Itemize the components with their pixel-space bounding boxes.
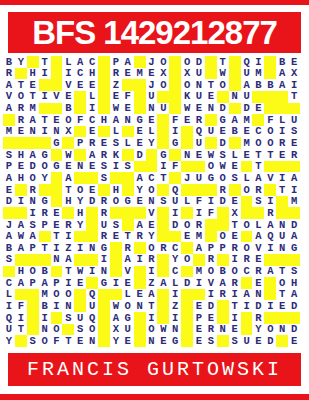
grid-cell-letter: R: [27, 184, 39, 196]
grid-cell-letter: I: [27, 207, 39, 219]
grid-cell-letter: N: [51, 254, 63, 266]
grid-cell-letter: B: [3, 242, 15, 254]
grid-cell-letter: T: [264, 149, 276, 161]
grid-cell-blank: [264, 289, 276, 301]
grid-cell-blank: [134, 161, 146, 173]
grid-cell-letter: N: [62, 300, 74, 312]
grid-cell-blank: [98, 335, 110, 347]
grid-cell-letter: A: [193, 242, 205, 254]
grid-cell-letter: V: [51, 91, 63, 103]
grid-cell-blank: [181, 184, 193, 196]
grid-cell-letter: O: [217, 79, 229, 91]
grid-cell-blank: [134, 266, 146, 278]
grid-cell-letter: Y: [252, 324, 264, 336]
grid-cell-letter: F: [205, 207, 217, 219]
grid-cell-letter: O: [264, 324, 276, 336]
grid-cell-letter: U: [241, 335, 253, 347]
grid-cell-letter: I: [110, 161, 122, 173]
grid-cell-letter: T: [62, 335, 74, 347]
grid-cell-letter: I: [62, 231, 74, 243]
grid-cell-blank: [217, 91, 229, 103]
grid-cell-blank: [276, 91, 288, 103]
grid-cell-blank: [62, 137, 74, 149]
grid-cell-blank: [51, 103, 63, 115]
grid-cell-letter: A: [62, 254, 74, 266]
grid-cell-letter: N: [276, 242, 288, 254]
grid-cell-blank: [86, 254, 98, 266]
grid-cell-letter: N: [169, 324, 181, 336]
grid-cell-letter: M: [193, 266, 205, 278]
grid-cell-letter: I: [39, 126, 51, 138]
grid-cell-letter: R: [98, 149, 110, 161]
grid-cell-letter: O: [217, 172, 229, 184]
grid-cell-letter: N: [205, 103, 217, 115]
grid-cell-letter: R: [134, 231, 146, 243]
grid-cell-blank: [98, 68, 110, 80]
grid-cell-blank: [51, 184, 63, 196]
grid-cell-letter: U: [146, 91, 158, 103]
grid-cell-letter: J: [181, 172, 193, 184]
grid-cell-letter: E: [86, 161, 98, 173]
grid-cell-blank: [98, 289, 110, 301]
grid-cell-blank: [27, 56, 39, 68]
grid-cell-letter: M: [288, 196, 300, 208]
grid-cell-blank: [169, 91, 181, 103]
grid-cell-letter: D: [27, 161, 39, 173]
grid-cell-letter: U: [241, 91, 253, 103]
grid-cell-blank: [146, 161, 158, 173]
grid-cell-letter: S: [110, 137, 122, 149]
grid-cell-blank: [288, 207, 300, 219]
grid-cell-letter: T: [39, 56, 51, 68]
grid-cell-blank: [193, 184, 205, 196]
grid-cell-blank: [15, 289, 27, 301]
grid-cell-letter: N: [229, 91, 241, 103]
grid-cell-letter: Q: [241, 56, 253, 68]
grid-cell-blank: [15, 68, 27, 80]
grid-cell-letter: S: [3, 149, 15, 161]
grid-cell-letter: I: [252, 56, 264, 68]
grid-cell-letter: S: [288, 126, 300, 138]
grid-cell-blank: [229, 79, 241, 91]
grid-cell-letter: O: [15, 91, 27, 103]
grid-cell-letter: I: [157, 161, 169, 173]
grid-cell-letter: U: [157, 103, 169, 115]
grid-cell-letter: N: [86, 335, 98, 347]
grid-cell-letter: N: [217, 324, 229, 336]
grid-cell-blank: [146, 149, 158, 161]
grid-cell-letter: R: [276, 137, 288, 149]
grid-cell-letter: W: [205, 149, 217, 161]
grid-cell-blank: [74, 103, 86, 115]
grid-cell-letter: S: [74, 324, 86, 336]
grid-cell-letter: I: [205, 196, 217, 208]
grid-cell-letter: R: [146, 254, 158, 266]
grid-cell-letter: Y: [146, 231, 158, 243]
grid-cell-letter: A: [241, 289, 253, 301]
grid-cell-blank: [86, 207, 98, 219]
grid-cell-blank: [86, 277, 98, 289]
grid-cell-letter: L: [122, 137, 134, 149]
grid-cell-letter: A: [252, 172, 264, 184]
grid-cell-letter: A: [122, 254, 134, 266]
grid-cell-letter: U: [193, 172, 205, 184]
grid-cell-blank: [122, 184, 134, 196]
grid-cell-blank: [181, 324, 193, 336]
grid-cell-letter: X: [181, 68, 193, 80]
grid-cell-blank: [27, 300, 39, 312]
grid-cell-letter: O: [86, 324, 98, 336]
grid-cell-letter: O: [39, 161, 51, 173]
grid-cell-blank: [51, 266, 63, 278]
grid-cell-letter: I: [98, 254, 110, 266]
grid-cell-letter: U: [205, 126, 217, 138]
grid-cell-blank: [288, 103, 300, 115]
grid-cell-letter: E: [51, 219, 63, 231]
grid-cell-letter: E: [27, 79, 39, 91]
grid-cell-letter: S: [122, 161, 134, 173]
grid-cell-blank: [157, 231, 169, 243]
grid-cell-blank: [241, 312, 253, 324]
grid-cell-letter: R: [205, 254, 217, 266]
grid-cell-letter: E: [74, 79, 86, 91]
book-cover: BFS 1429212877 BYTLACPAJOODTQIBERHIICHRE…: [0, 0, 309, 400]
grid-cell-letter: G: [39, 149, 51, 161]
grid-cell-blank: [157, 312, 169, 324]
grid-cell-blank: [51, 56, 63, 68]
grid-cell-blank: [3, 137, 15, 149]
grid-cell-letter: I: [229, 289, 241, 301]
grid-cell-letter: E: [181, 114, 193, 126]
grid-cell-letter: E: [252, 335, 264, 347]
grid-cell-letter: W: [15, 231, 27, 243]
grid-cell-letter: Z: [62, 242, 74, 254]
grid-cell-letter: E: [15, 161, 27, 173]
grid-cell-blank: [276, 312, 288, 324]
grid-cell-blank: [39, 231, 51, 243]
grid-cell-letter: E: [86, 79, 98, 91]
grid-cell-letter: I: [39, 91, 51, 103]
grid-cell-letter: I: [288, 184, 300, 196]
grid-cell-letter: H: [86, 68, 98, 80]
grid-cell-letter: E: [110, 91, 122, 103]
grid-cell-letter: T: [276, 184, 288, 196]
grid-cell-letter: W: [62, 149, 74, 161]
grid-cell-letter: F: [169, 161, 181, 173]
grid-cell-letter: O: [110, 196, 122, 208]
grid-cell-letter: E: [51, 114, 63, 126]
grid-cell-blank: [51, 196, 63, 208]
grid-cell-letter: A: [110, 114, 122, 126]
grid-cell-letter: F: [122, 91, 134, 103]
grid-cell-blank: [169, 149, 181, 161]
grid-cell-letter: H: [15, 266, 27, 278]
grid-cell-blank: [15, 207, 27, 219]
grid-cell-letter: R: [110, 68, 122, 80]
grid-cell-letter: W: [74, 266, 86, 278]
grid-cell-blank: [252, 207, 264, 219]
grid-cell-blank: [134, 103, 146, 115]
grid-cell-letter: D: [241, 103, 253, 115]
grid-cell-letter: C: [86, 114, 98, 126]
grid-cell-letter: Y: [3, 335, 15, 347]
grid-cell-letter: U: [288, 114, 300, 126]
grid-cell-blank: [181, 161, 193, 173]
grid-cell-letter: P: [217, 242, 229, 254]
grid-cell-letter: I: [39, 68, 51, 80]
grid-cell-blank: [110, 242, 122, 254]
grid-cell-letter: N: [146, 103, 158, 115]
grid-cell-letter: W: [110, 300, 122, 312]
grid-cell-letter: E: [252, 277, 264, 289]
grid-cell-blank: [169, 79, 181, 91]
grid-cell-letter: O: [122, 300, 134, 312]
grid-cell-letter: I: [86, 266, 98, 278]
grid-cell-blank: [181, 126, 193, 138]
grid-cell-blank: [157, 207, 169, 219]
grid-cell-blank: [134, 91, 146, 103]
grid-cell-letter: C: [241, 266, 253, 278]
grid-cell-letter: O: [62, 114, 74, 126]
grid-cell-blank: [288, 254, 300, 266]
grid-cell-blank: [229, 184, 241, 196]
grid-cell-blank: [74, 91, 86, 103]
grid-cell-letter: D: [3, 196, 15, 208]
grid-cell-letter: I: [74, 242, 86, 254]
grid-cell-letter: B: [3, 56, 15, 68]
grid-cell-letter: O: [74, 184, 86, 196]
grid-cell-blank: [217, 207, 229, 219]
grid-cell-blank: [98, 56, 110, 68]
grid-cell-letter: P: [27, 242, 39, 254]
grid-cell-letter: I: [51, 242, 63, 254]
grid-cell-letter: E: [181, 231, 193, 243]
grid-cell-letter: O: [39, 335, 51, 347]
grid-cell-blank: [122, 219, 134, 231]
grid-cell-letter: I: [276, 172, 288, 184]
grid-cell-letter: M: [134, 68, 146, 80]
grid-cell-blank: [74, 149, 86, 161]
grid-cell-letter: L: [110, 126, 122, 138]
grid-cell-letter: S: [157, 196, 169, 208]
grid-cell-letter: E: [276, 300, 288, 312]
grid-cell-letter: E: [252, 254, 264, 266]
grid-cell-letter: Y: [15, 56, 27, 68]
grid-cell-blank: [217, 335, 229, 347]
grid-cell-letter: O: [276, 277, 288, 289]
grid-cell-letter: Z: [169, 300, 181, 312]
grid-cell-letter: H: [98, 114, 110, 126]
grid-cell-letter: L: [276, 114, 288, 126]
grid-cell-letter: T: [252, 149, 264, 161]
grid-cell-letter: R: [86, 137, 98, 149]
grid-cell-blank: [74, 300, 86, 312]
grid-cell-letter: U: [193, 68, 205, 80]
grid-cell-letter: D: [288, 219, 300, 231]
grid-cell-letter: E: [146, 114, 158, 126]
grid-cell-letter: A: [252, 231, 264, 243]
grid-cell-letter: O: [264, 137, 276, 149]
grid-cell-blank: [264, 103, 276, 115]
grid-cell-blank: [229, 103, 241, 115]
grid-cell-letter: E: [3, 184, 15, 196]
grid-cell-letter: T: [276, 266, 288, 278]
grid-cell-blank: [241, 207, 253, 219]
grid-cell-letter: N: [27, 126, 39, 138]
grid-cell-blank: [74, 289, 86, 301]
grid-cell-letter: A: [122, 56, 134, 68]
grid-cell-blank: [74, 254, 86, 266]
grid-cell-letter: G: [169, 137, 181, 149]
grid-cell-letter: O: [217, 231, 229, 243]
grid-cell-letter: Y: [74, 196, 86, 208]
grid-cell-letter: C: [169, 242, 181, 254]
grid-cell-letter: J: [3, 219, 15, 231]
grid-cell-letter: L: [62, 56, 74, 68]
grid-cell-blank: [134, 324, 146, 336]
grid-cell-blank: [264, 161, 276, 173]
grid-cell-letter: O: [181, 79, 193, 91]
grid-cell-letter: A: [3, 231, 15, 243]
author-name: FRANCIS GURTOWSKI: [27, 360, 282, 380]
grid-cell-letter: B: [62, 103, 74, 115]
grid-cell-letter: T: [122, 231, 134, 243]
grid-cell-letter: S: [27, 335, 39, 347]
grid-cell-letter: G: [51, 137, 63, 149]
grid-cell-letter: S: [229, 172, 241, 184]
grid-cell-blank: [264, 68, 276, 80]
grid-cell-letter: R: [98, 231, 110, 243]
grid-cell-letter: A: [15, 242, 27, 254]
grid-cell-letter: T: [15, 79, 27, 91]
grid-cell-blank: [276, 161, 288, 173]
grid-cell-letter: U: [86, 300, 98, 312]
top-red-border: [0, 0, 309, 5]
grid-cell-letter: I: [288, 79, 300, 91]
grid-cell-blank: [98, 312, 110, 324]
grid-cell-letter: E: [288, 335, 300, 347]
grid-cell-blank: [39, 137, 51, 149]
grid-cell-letter: A: [229, 114, 241, 126]
grid-cell-blank: [205, 184, 217, 196]
grid-cell-blank: [134, 79, 146, 91]
grid-cell-letter: I: [193, 207, 205, 219]
grid-cell-letter: A: [3, 103, 15, 115]
grid-cell-blank: [27, 312, 39, 324]
grid-cell-letter: A: [27, 114, 39, 126]
grid-cell-letter: K: [110, 149, 122, 161]
grid-cell-letter: O: [62, 289, 74, 301]
grid-cell-letter: W: [157, 324, 169, 336]
grid-cell-letter: V: [252, 242, 264, 254]
grid-cell-letter: E: [288, 56, 300, 68]
grid-cell-letter: D: [193, 56, 205, 68]
grid-cell-letter: T: [62, 266, 74, 278]
grid-cell-letter: U: [98, 219, 110, 231]
grid-cell-letter: E: [74, 277, 86, 289]
grid-cell-blank: [134, 207, 146, 219]
grid-cell-letter: S: [252, 196, 264, 208]
grid-cell-blank: [134, 242, 146, 254]
grid-cell-blank: [27, 254, 39, 266]
grid-cell-blank: [74, 126, 86, 138]
grid-cell-letter: N: [146, 196, 158, 208]
grid-cell-blank: [229, 137, 241, 149]
grid-cell-letter: A: [74, 56, 86, 68]
grid-cell-letter: R: [252, 184, 264, 196]
grid-cell-blank: [193, 289, 205, 301]
grid-cell-letter: I: [264, 300, 276, 312]
grid-cell-letter: C: [86, 56, 98, 68]
grid-cell-letter: P: [74, 137, 86, 149]
grid-cell-letter: E: [229, 161, 241, 173]
grid-cell-letter: M: [252, 68, 264, 80]
grid-cell-letter: E: [252, 103, 264, 115]
grid-cell-blank: [181, 335, 193, 347]
grid-cell-letter: U: [74, 312, 86, 324]
grid-cell-letter: R: [62, 219, 74, 231]
grid-cell-letter: A: [276, 68, 288, 80]
grid-cell-letter: T: [62, 184, 74, 196]
grid-cell-blank: [122, 207, 134, 219]
grid-cell-letter: E: [241, 126, 253, 138]
puzzle-grid: BYTLACPAJOODTQIBERHIICHREMEXXUWUMAXATEVE…: [3, 56, 300, 347]
grid-cell-letter: D: [134, 149, 146, 161]
grid-cell-blank: [169, 56, 181, 68]
grid-cell-letter: O: [146, 184, 158, 196]
grid-cell-letter: N: [276, 324, 288, 336]
grid-cell-letter: L: [146, 126, 158, 138]
grid-cell-letter: I: [264, 196, 276, 208]
grid-cell-letter: A: [39, 277, 51, 289]
grid-cell-letter: G: [98, 242, 110, 254]
grid-cell-letter: I: [169, 289, 181, 301]
grid-cell-letter: H: [15, 172, 27, 184]
grid-cell-letter: T: [51, 231, 63, 243]
grid-cell-letter: E: [146, 219, 158, 231]
grid-cell-letter: L: [241, 172, 253, 184]
grid-cell-letter: S: [217, 149, 229, 161]
grid-cell-letter: Z: [110, 79, 122, 91]
grid-cell-letter: P: [27, 277, 39, 289]
grid-cell-letter: D: [181, 277, 193, 289]
grid-cell-letter: A: [3, 79, 15, 91]
grid-cell-blank: [217, 254, 229, 266]
grid-cell-letter: E: [193, 149, 205, 161]
grid-cell-letter: A: [264, 219, 276, 231]
grid-cell-blank: [98, 324, 110, 336]
grid-cell-letter: J: [146, 79, 158, 91]
grid-cell-letter: Y: [110, 335, 122, 347]
grid-cell-letter: V: [146, 207, 158, 219]
grid-cell-letter: B: [252, 79, 264, 91]
grid-cell-letter: E: [15, 126, 27, 138]
grid-cell-blank: [205, 68, 217, 80]
grid-cell-letter: Q: [264, 231, 276, 243]
grid-cell-letter: L: [181, 196, 193, 208]
grid-cell-letter: B: [217, 266, 229, 278]
grid-cell-blank: [169, 103, 181, 115]
grid-cell-letter: N: [252, 289, 264, 301]
grid-cell-letter: E: [193, 324, 205, 336]
grid-cell-blank: [51, 149, 63, 161]
grid-cell-blank: [74, 172, 86, 184]
grid-cell-blank: [39, 254, 51, 266]
grid-cell-letter: F: [74, 114, 86, 126]
grid-cell-letter: H: [15, 149, 27, 161]
grid-cell-letter: A: [27, 149, 39, 161]
grid-cell-letter: E: [62, 91, 74, 103]
